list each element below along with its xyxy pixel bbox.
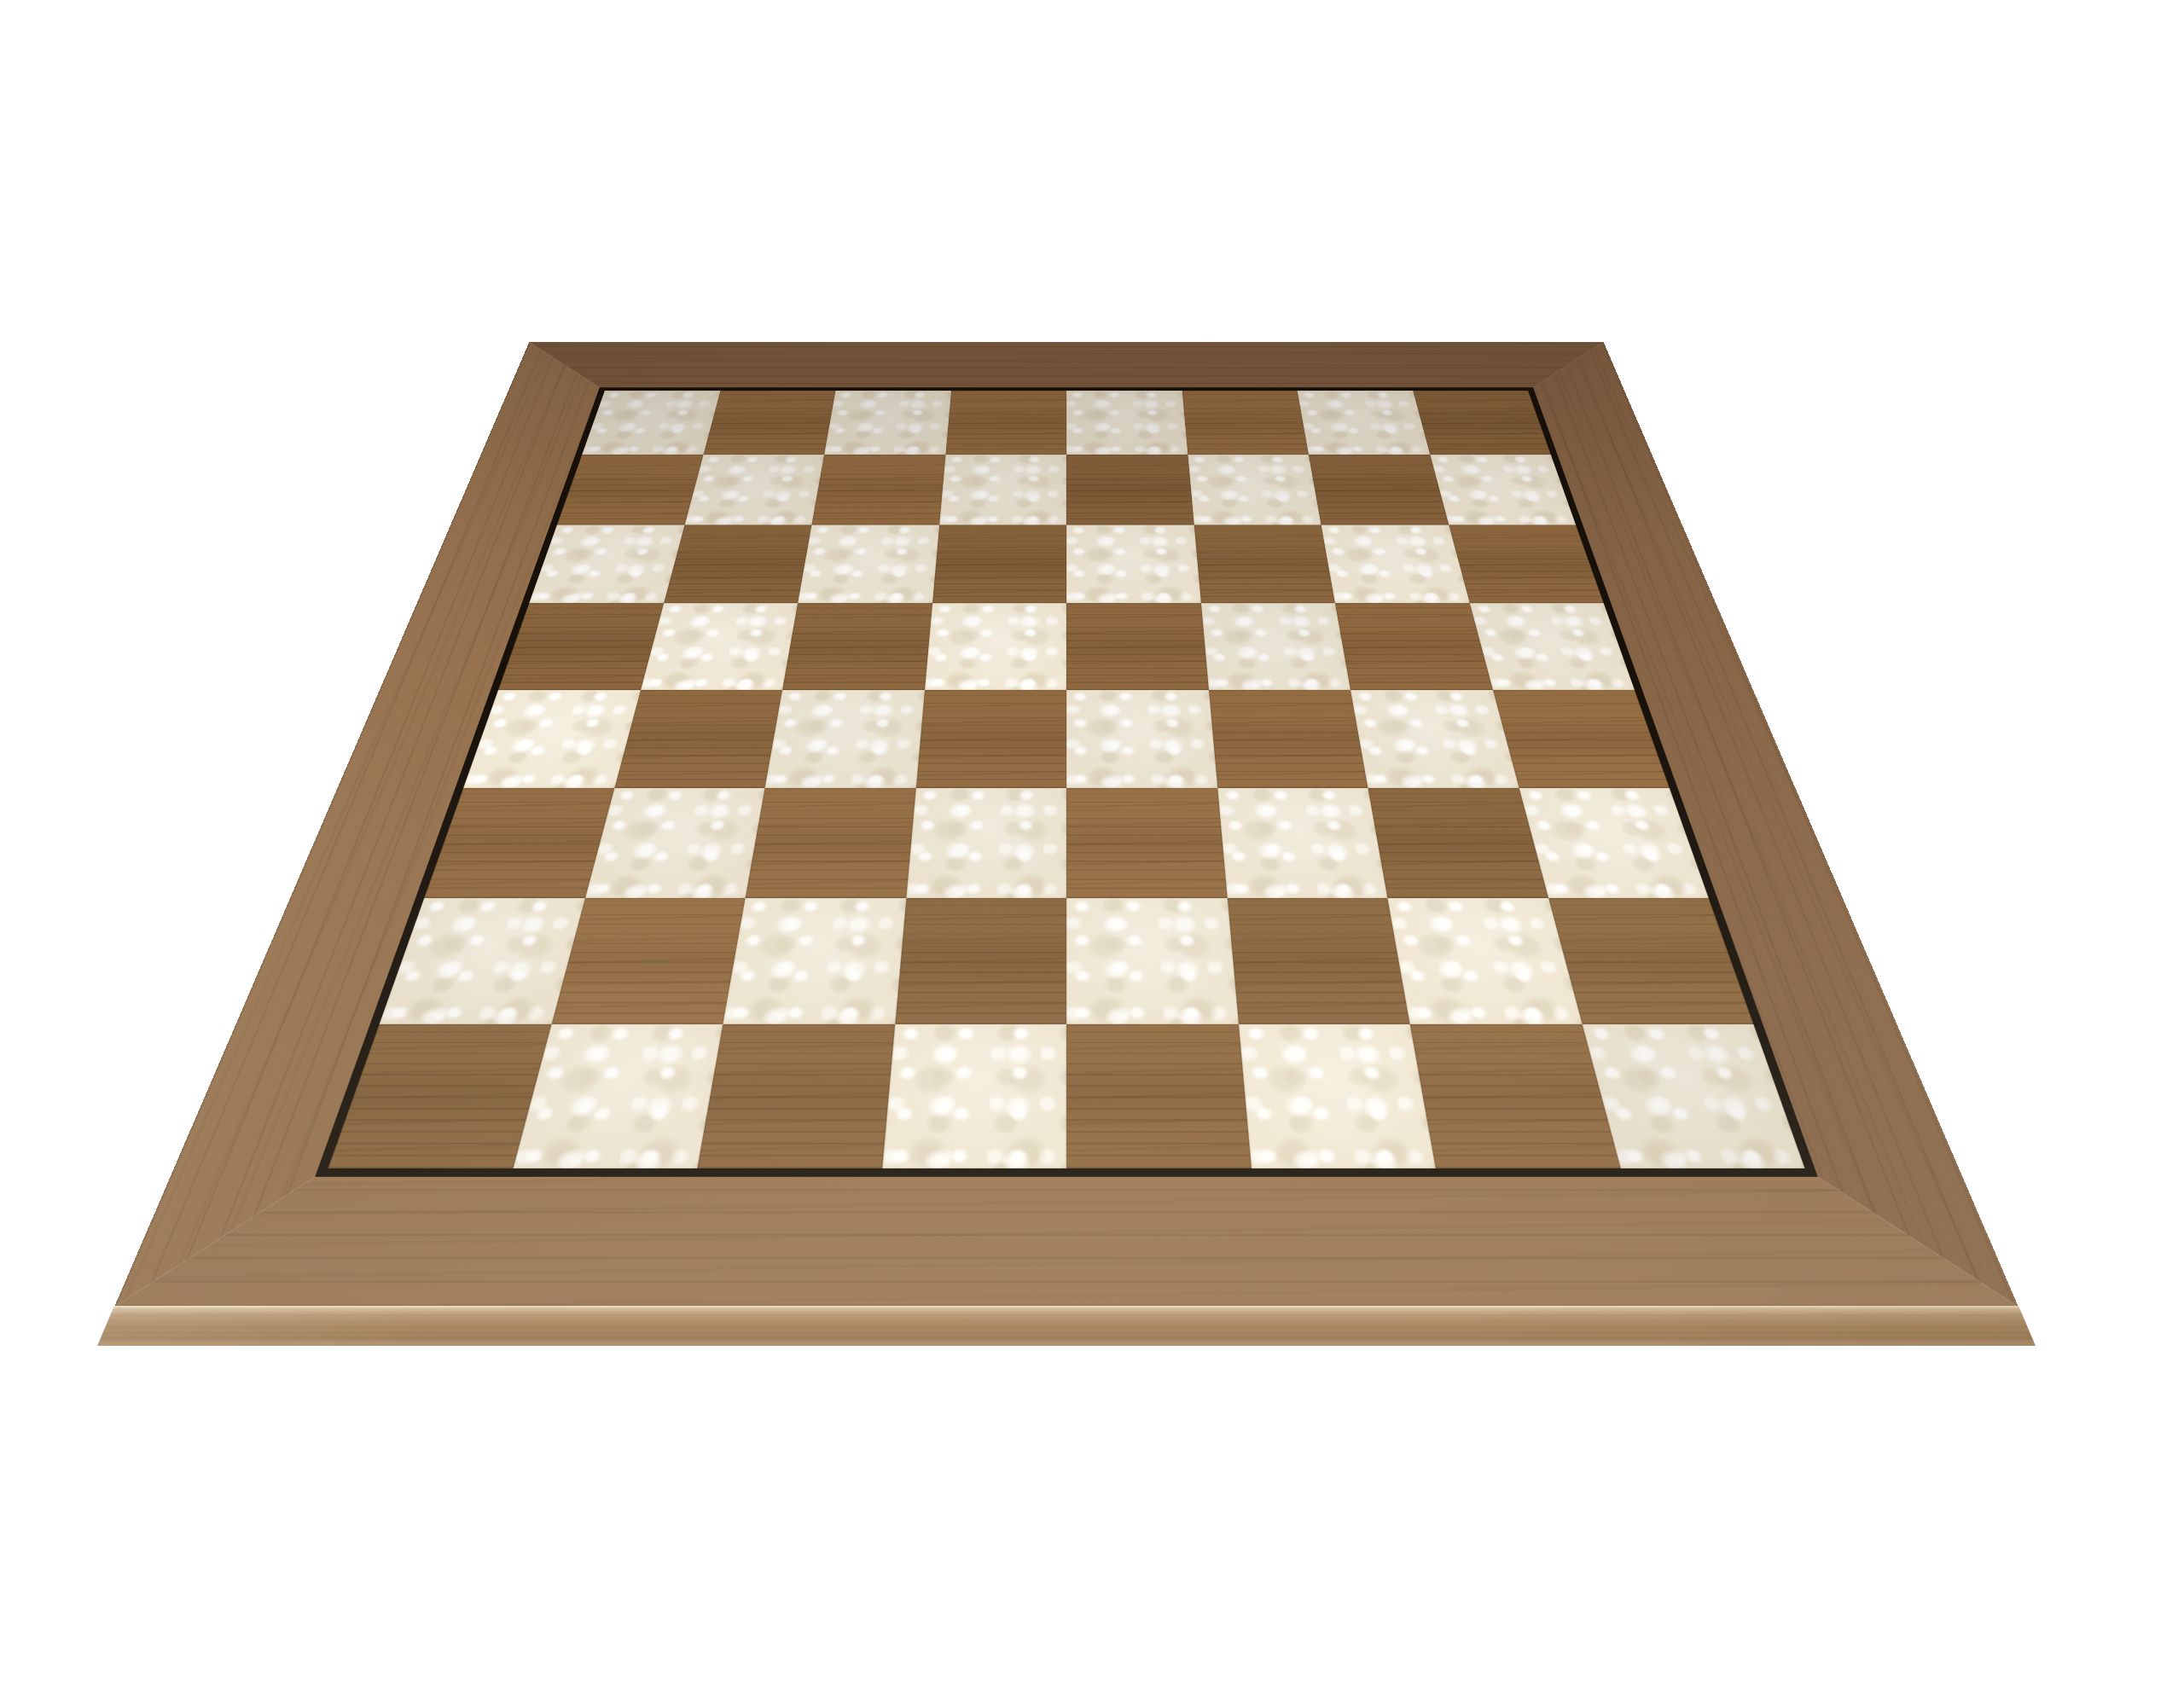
chess-board [114,342,2018,1307]
square-g3[interactable] [1368,788,1548,898]
square-c3[interactable] [746,788,916,898]
square-e3[interactable] [1066,788,1227,898]
square-e7[interactable] [1066,455,1194,525]
square-f3[interactable] [1217,788,1388,898]
square-g6[interactable] [1321,525,1470,602]
square-h7[interactable] [1430,455,1576,525]
square-d1[interactable] [882,1023,1066,1168]
product-photo-scene [0,0,2184,1687]
square-d2[interactable] [895,898,1066,1023]
square-b2[interactable] [551,898,746,1023]
square-b8[interactable] [703,391,835,455]
square-e2[interactable] [1066,898,1238,1023]
square-f2[interactable] [1227,898,1409,1023]
square-e5[interactable] [1066,603,1209,690]
square-c5[interactable] [782,603,932,690]
square-f8[interactable] [1182,391,1309,455]
square-d3[interactable] [906,788,1066,898]
square-g5[interactable] [1335,603,1493,690]
square-f1[interactable] [1238,1023,1435,1168]
square-b6[interactable] [664,525,812,602]
square-f4[interactable] [1209,690,1368,788]
square-f7[interactable] [1188,455,1321,525]
square-d5[interactable] [925,603,1067,690]
square-a8[interactable] [582,391,720,455]
square-b7[interactable] [684,455,824,525]
square-b5[interactable] [641,603,799,690]
square-d6[interactable] [932,525,1066,602]
square-d4[interactable] [915,690,1066,788]
square-e8[interactable] [1066,391,1188,455]
square-g8[interactable] [1298,391,1430,455]
square-f6[interactable] [1194,525,1335,602]
square-c4[interactable] [765,690,925,788]
square-f5[interactable] [1200,603,1350,690]
square-e1[interactable] [1066,1023,1251,1168]
square-d8[interactable] [945,391,1066,455]
square-g7[interactable] [1309,455,1449,525]
square-a7[interactable] [557,455,703,525]
square-e6[interactable] [1066,525,1200,602]
square-c8[interactable] [824,391,951,455]
square-d7[interactable] [939,455,1066,525]
square-e4[interactable] [1066,690,1217,788]
square-c6[interactable] [798,525,939,602]
square-g4[interactable] [1350,690,1519,788]
square-b4[interactable] [614,690,782,788]
square-h8[interactable] [1413,391,1551,455]
square-c1[interactable] [697,1023,894,1168]
square-a6[interactable] [529,525,684,602]
square-b3[interactable] [584,788,764,898]
square-c7[interactable] [811,455,945,525]
square-c2[interactable] [723,898,905,1023]
board-side-edge [97,1306,2036,1346]
